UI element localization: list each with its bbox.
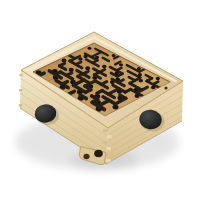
maze-hole <box>156 77 160 80</box>
wall-segment <box>67 73 72 76</box>
maze-hole <box>69 68 74 72</box>
wall-segment <box>86 90 91 93</box>
maze-hole <box>112 54 116 57</box>
maze-hole <box>62 58 67 62</box>
maze-hole <box>119 63 123 66</box>
axle-pin <box>164 86 167 89</box>
tray-hole <box>94 150 103 158</box>
labyrinth-game-scene <box>0 0 200 200</box>
wall-segment <box>69 91 74 94</box>
tray-hole <box>83 154 89 160</box>
maze-hole <box>85 66 90 70</box>
maze-hole <box>88 47 92 50</box>
wall-segment <box>55 72 60 75</box>
wall-segment <box>97 91 102 94</box>
wall-segment <box>92 100 97 103</box>
maze-hole <box>102 65 106 69</box>
wall-segment <box>39 73 44 76</box>
product-photo <box>0 0 200 200</box>
wall-segment <box>62 82 67 85</box>
